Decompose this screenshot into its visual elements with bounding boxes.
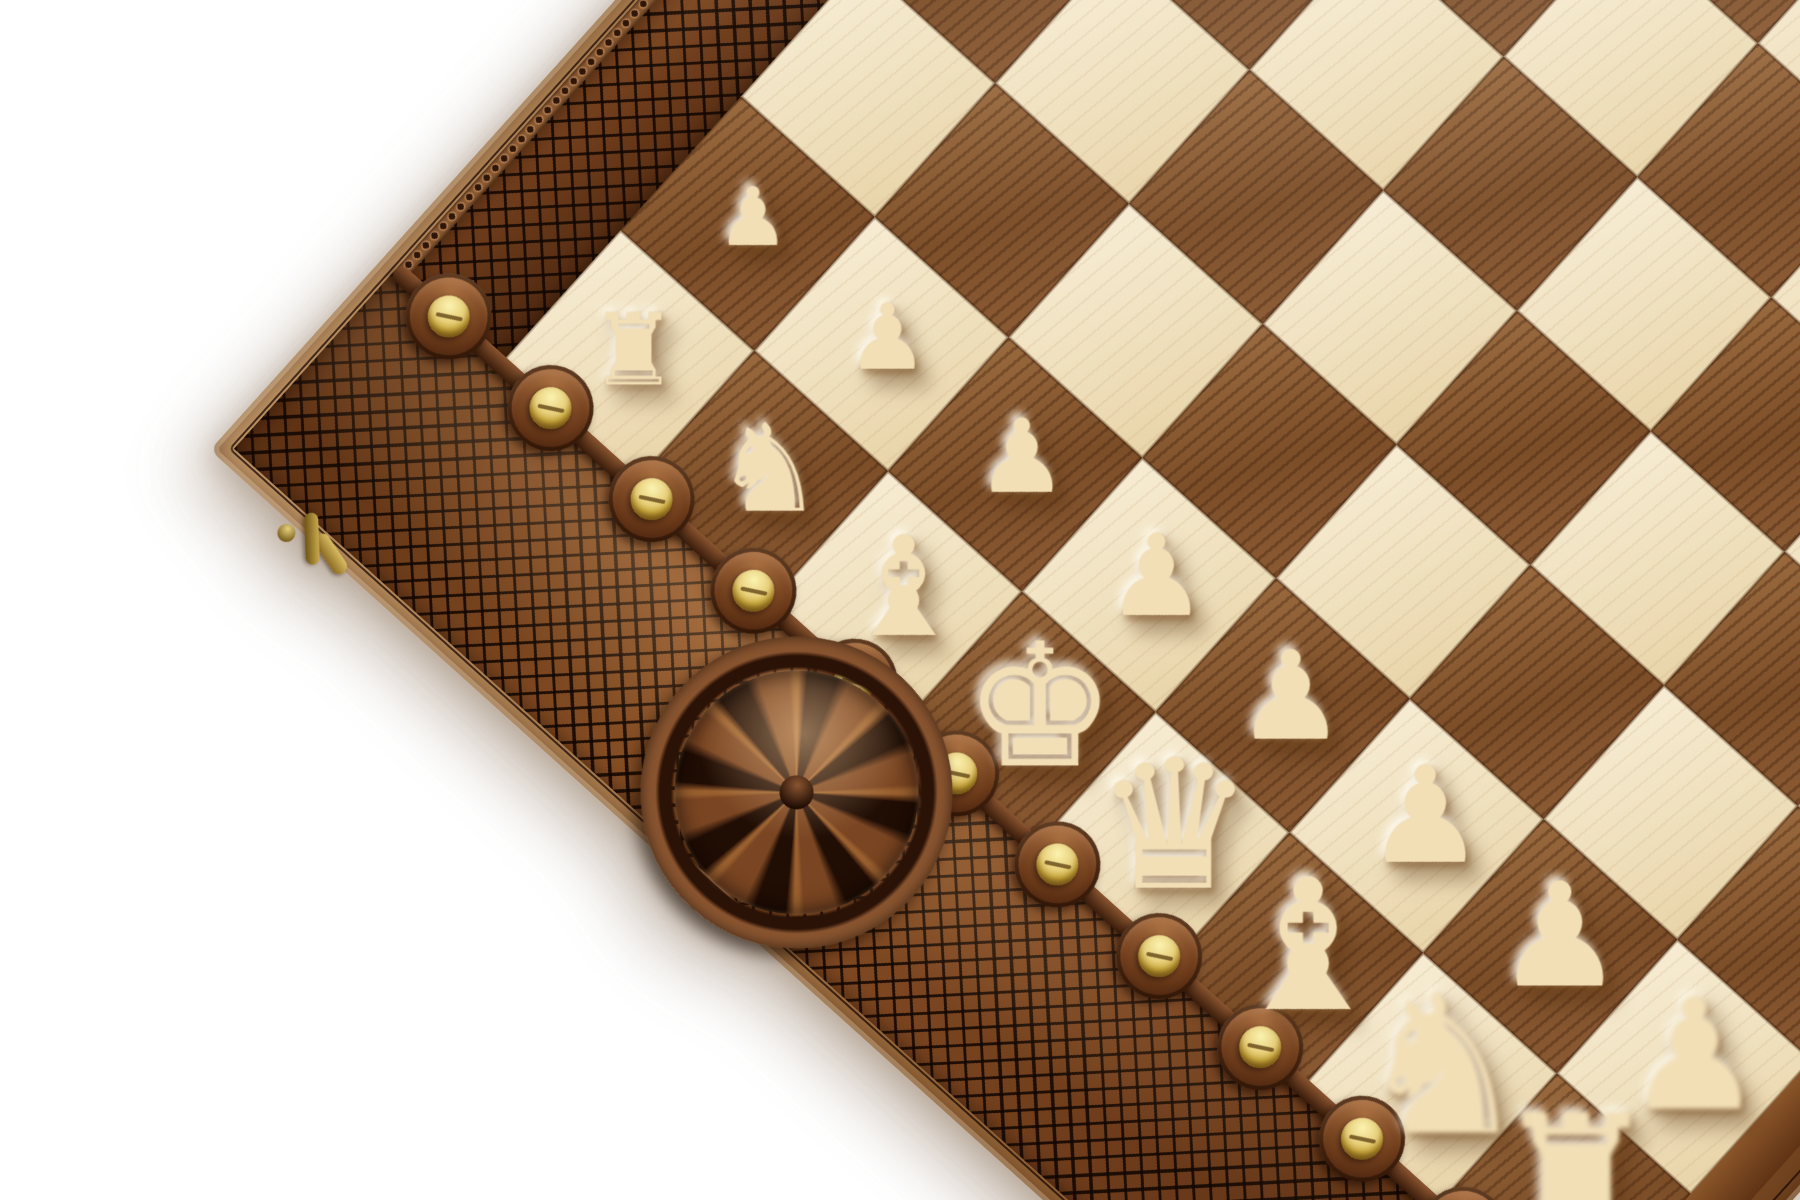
- clasp-knob: [274, 521, 299, 546]
- piece-white-queen-d1[interactable]: ♛: [1094, 736, 1255, 916]
- piece-white-pawn-f2[interactable]: ♟: [976, 406, 1067, 508]
- piece-white-pawn-h2[interactable]: ♟: [717, 177, 790, 258]
- piece-white-pawn-b2[interactable]: ♟: [1495, 864, 1624, 1008]
- piece-white-bishop-f1[interactable]: ♝: [842, 519, 966, 657]
- piece-white-knight-g1[interactable]: ♞: [714, 408, 823, 530]
- brass-screw: [419, 287, 478, 346]
- piece-white-pawn-d2[interactable]: ♟: [1236, 635, 1346, 758]
- piece-white-pawn-e2[interactable]: ♟: [1106, 520, 1207, 633]
- piece-white-pawn-c2[interactable]: ♟: [1365, 749, 1485, 883]
- clasp-hook: [304, 512, 320, 564]
- piece-white-pawn-a2[interactable]: ♟: [1625, 978, 1764, 1133]
- piece-white-pawn-g2[interactable]: ♟: [847, 292, 929, 383]
- chess-box: ♜♞♝♛♚♝♞♜♟♟♟♟♟♟♟♟♟♟♟♟♟♟♟♟♜♞♝♛♚♝♞♜: [210, 0, 1800, 1200]
- white-backdrop: ♜♞♝♛♚♝♞♜♟♟♟♟♟♟♟♟♟♟♟♟♟♟♟♟♜♞♝♛♚♝♞♜: [0, 0, 1800, 1200]
- piece-white-king-e1[interactable]: ♚: [963, 620, 1116, 791]
- piece-white-rook-h1[interactable]: ♜: [589, 300, 678, 399]
